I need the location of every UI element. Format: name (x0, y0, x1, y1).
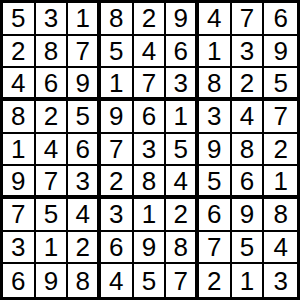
sudoku-cell[interactable]: 4 (68, 199, 101, 232)
sudoku-cell[interactable]: 5 (134, 264, 167, 297)
sudoku-cell[interactable]: 2 (264, 134, 297, 167)
sudoku-cell[interactable]: 8 (264, 199, 297, 232)
sudoku-cell[interactable]: 7 (3, 199, 36, 232)
sudoku-cell[interactable]: 4 (199, 3, 232, 36)
sudoku-cell[interactable]: 7 (199, 232, 232, 265)
sudoku-cell[interactable]: 6 (264, 3, 297, 36)
sudoku-cell[interactable]: 1 (68, 3, 101, 36)
sudoku-cell[interactable]: 9 (36, 264, 69, 297)
sudoku-cell[interactable]: 2 (101, 166, 134, 199)
sudoku-cell[interactable]: 5 (68, 101, 101, 134)
sudoku-cell[interactable]: 3 (68, 166, 101, 199)
sudoku-cell[interactable]: 2 (68, 232, 101, 265)
sudoku-cell[interactable]: 9 (232, 199, 265, 232)
sudoku-cell[interactable]: 7 (264, 101, 297, 134)
sudoku-cell[interactable]: 6 (134, 101, 167, 134)
sudoku-cell[interactable]: 6 (101, 232, 134, 265)
sudoku-cell[interactable]: 5 (232, 232, 265, 265)
sudoku-cell[interactable]: 8 (134, 166, 167, 199)
sudoku-cell[interactable]: 1 (134, 199, 167, 232)
sudoku-cell[interactable]: 2 (134, 3, 167, 36)
sudoku-cell[interactable]: 8 (232, 134, 265, 167)
sudoku-cell[interactable]: 7 (166, 264, 199, 297)
sudoku-cell[interactable]: 1 (166, 101, 199, 134)
sudoku-cell[interactable]: 7 (134, 68, 167, 101)
sudoku-cell[interactable]: 7 (68, 36, 101, 69)
sudoku-cell[interactable]: 1 (101, 68, 134, 101)
sudoku-cell[interactable]: 3 (264, 264, 297, 297)
sudoku-cell[interactable]: 8 (68, 264, 101, 297)
sudoku-cell[interactable]: 4 (3, 68, 36, 101)
sudoku-cell[interactable]: 9 (134, 232, 167, 265)
sudoku-cell[interactable]: 2 (199, 264, 232, 297)
sudoku-cell[interactable]: 3 (232, 36, 265, 69)
sudoku-cell[interactable]: 5 (264, 68, 297, 101)
sudoku-cell[interactable]: 8 (166, 232, 199, 265)
sudoku-cell[interactable]: 5 (101, 36, 134, 69)
sudoku-cell[interactable]: 1 (264, 166, 297, 199)
sudoku-cell[interactable]: 7 (232, 3, 265, 36)
sudoku-cell[interactable]: 4 (134, 36, 167, 69)
sudoku-cell[interactable]: 9 (101, 101, 134, 134)
sudoku-cell[interactable]: 2 (3, 36, 36, 69)
sudoku-cell[interactable]: 4 (166, 166, 199, 199)
sudoku-cell[interactable]: 4 (101, 264, 134, 297)
sudoku-cell[interactable]: 1 (36, 232, 69, 265)
sudoku-cell[interactable]: 6 (68, 134, 101, 167)
sudoku-cell[interactable]: 6 (199, 199, 232, 232)
sudoku-cell[interactable]: 9 (166, 3, 199, 36)
sudoku-cell[interactable]: 8 (199, 68, 232, 101)
sudoku-cell[interactable]: 1 (199, 36, 232, 69)
sudoku-cell[interactable]: 7 (36, 166, 69, 199)
sudoku-cell[interactable]: 1 (3, 134, 36, 167)
sudoku-cell[interactable]: 3 (36, 3, 69, 36)
sudoku-cell[interactable]: 5 (36, 199, 69, 232)
sudoku-cell[interactable]: 6 (36, 68, 69, 101)
sudoku-cell[interactable]: 8 (101, 3, 134, 36)
sudoku-cell[interactable]: 5 (166, 134, 199, 167)
sudoku-cell[interactable]: 7 (101, 134, 134, 167)
sudoku-cell[interactable]: 8 (3, 101, 36, 134)
sudoku-cell[interactable]: 6 (232, 166, 265, 199)
sudoku-cell[interactable]: 2 (36, 101, 69, 134)
sudoku-cell[interactable]: 5 (199, 166, 232, 199)
sudoku-cell[interactable]: 2 (166, 199, 199, 232)
sudoku-cell[interactable]: 4 (232, 101, 265, 134)
sudoku-cell[interactable]: 9 (264, 36, 297, 69)
sudoku-cell[interactable]: 4 (264, 232, 297, 265)
sudoku-board: 5318294762875461394691738258259613471467… (0, 0, 300, 300)
sudoku-cell[interactable]: 3 (134, 134, 167, 167)
sudoku-cell[interactable]: 3 (3, 232, 36, 265)
sudoku-cell[interactable]: 8 (36, 36, 69, 69)
sudoku-cell[interactable]: 6 (166, 36, 199, 69)
sudoku-cell[interactable]: 3 (199, 101, 232, 134)
sudoku-cell[interactable]: 4 (36, 134, 69, 167)
sudoku-cell[interactable]: 9 (3, 166, 36, 199)
sudoku-cell[interactable]: 1 (232, 264, 265, 297)
sudoku-cell[interactable]: 3 (166, 68, 199, 101)
sudoku-cell[interactable]: 9 (68, 68, 101, 101)
sudoku-cell[interactable]: 5 (3, 3, 36, 36)
sudoku-cell[interactable]: 9 (199, 134, 232, 167)
sudoku-cell[interactable]: 6 (3, 264, 36, 297)
sudoku-cell[interactable]: 2 (232, 68, 265, 101)
sudoku-cell[interactable]: 3 (101, 199, 134, 232)
